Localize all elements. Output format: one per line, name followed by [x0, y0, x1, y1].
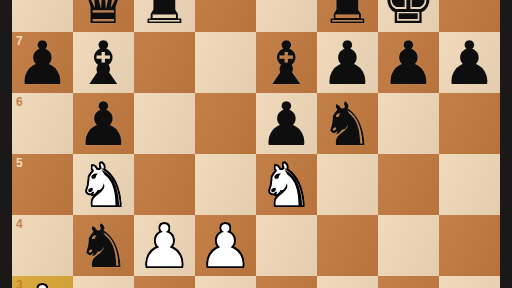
square-c6[interactable] [134, 93, 195, 154]
square-e7[interactable]: ♝ [256, 32, 317, 93]
square-g7[interactable]: ♟ [378, 32, 439, 93]
square-h5[interactable] [439, 154, 500, 215]
black-pawn-g7[interactable]: ♟ [382, 33, 436, 93]
square-g6[interactable] [378, 93, 439, 154]
square-g5[interactable] [378, 154, 439, 215]
square-a5[interactable]: 5 [12, 154, 73, 215]
square-d6[interactable] [195, 93, 256, 154]
white-knight-b5[interactable]: ♞ [77, 155, 131, 215]
square-c4[interactable]: ♟ [134, 215, 195, 276]
rank-label-4: 4 [16, 217, 23, 231]
square-d7[interactable] [195, 32, 256, 93]
black-pawn-f7[interactable]: ♟ [321, 33, 375, 93]
square-c7[interactable] [134, 32, 195, 93]
square-d8[interactable] [195, 0, 256, 32]
square-h4[interactable] [439, 215, 500, 276]
white-pawn-c4[interactable]: ♟ [138, 216, 192, 276]
square-c8[interactable]: ♜ [134, 0, 195, 32]
square-f3[interactable] [317, 276, 378, 288]
square-a6[interactable]: 6 [12, 93, 73, 154]
black-rook-c8[interactable]: ♜ [138, 0, 192, 32]
white-knight-e5[interactable]: ♞ [260, 155, 314, 215]
white-pawn-d4[interactable]: ♟ [199, 216, 253, 276]
square-h6[interactable] [439, 93, 500, 154]
square-a7[interactable]: 7♟ [12, 32, 73, 93]
black-pawn-e6[interactable]: ♟ [260, 94, 314, 154]
rank-label-3: 3 [16, 278, 23, 288]
square-b7[interactable]: ♝ [73, 32, 134, 93]
square-g4[interactable] [378, 215, 439, 276]
white-pawn-a3[interactable]: ♟ [16, 277, 70, 288]
square-d4[interactable]: ♟ [195, 215, 256, 276]
square-f6[interactable]: ♞ [317, 93, 378, 154]
square-b6[interactable]: ♟ [73, 93, 134, 154]
rank-label-5: 5 [16, 156, 23, 170]
square-e5[interactable]: ♞ [256, 154, 317, 215]
black-knight-b4[interactable]: ♞ [77, 216, 131, 276]
rank-label-7: 7 [16, 34, 23, 48]
square-f4[interactable] [317, 215, 378, 276]
black-pawn-h7[interactable]: ♟ [443, 33, 497, 93]
square-e3[interactable] [256, 276, 317, 288]
letterbox-right [500, 0, 512, 288]
square-a3[interactable]: 3♟ [12, 276, 73, 288]
square-f5[interactable] [317, 154, 378, 215]
square-d5[interactable] [195, 154, 256, 215]
black-king-g8[interactable]: ♚ [382, 0, 436, 32]
black-bishop-b7[interactable]: ♝ [77, 33, 131, 93]
square-e4[interactable] [256, 215, 317, 276]
letterbox-left [0, 0, 12, 288]
rank-label-6: 6 [16, 95, 23, 109]
square-e6[interactable]: ♟ [256, 93, 317, 154]
black-pawn-a7[interactable]: ♟ [16, 33, 70, 93]
black-bishop-e7[interactable]: ♝ [260, 33, 314, 93]
square-h7[interactable]: ♟ [439, 32, 500, 93]
square-f7[interactable]: ♟ [317, 32, 378, 93]
square-c5[interactable] [134, 154, 195, 215]
black-pawn-b6[interactable]: ♟ [77, 94, 131, 154]
black-knight-f6[interactable]: ♞ [321, 94, 375, 154]
square-h3[interactable] [439, 276, 500, 288]
square-a4[interactable]: 4 [12, 215, 73, 276]
black-queen-b8[interactable]: ♛ [77, 0, 131, 32]
chess-board[interactable]: ♛♜♜♚7♟♝♝♟♟♟6♟♟♞5♞♞4♞♟♟3♟ [12, 0, 500, 288]
black-rook-f8[interactable]: ♜ [321, 0, 375, 32]
square-b5[interactable]: ♞ [73, 154, 134, 215]
square-g3[interactable] [378, 276, 439, 288]
square-b4[interactable]: ♞ [73, 215, 134, 276]
